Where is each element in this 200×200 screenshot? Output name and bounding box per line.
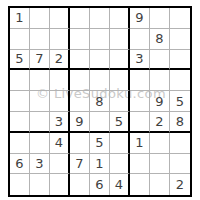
cell-r7c5[interactable]: 5: [90, 133, 110, 154]
cell-r3c2[interactable]: 7: [30, 50, 50, 71]
cell-r4c7[interactable]: [130, 70, 150, 91]
cell-r5c4[interactable]: [70, 91, 90, 112]
cell-r1c6[interactable]: [110, 8, 130, 29]
cell-r4c3[interactable]: [50, 70, 70, 91]
cell-r9c1[interactable]: [10, 174, 30, 195]
cell-r8c1[interactable]: 6: [10, 154, 30, 175]
cell-r4c5[interactable]: [90, 70, 110, 91]
cell-r4c1[interactable]: [10, 70, 30, 91]
cell-r5c8[interactable]: 9: [150, 91, 170, 112]
cell-r2c8[interactable]: 8: [150, 29, 170, 50]
cell-r7c6[interactable]: [110, 133, 130, 154]
cell-r4c9[interactable]: [170, 70, 190, 91]
cell-r9c4[interactable]: [70, 174, 90, 195]
sudoku-page: 1985723895395284516371642 © LiveSudoku.c…: [0, 0, 200, 200]
cell-r7c1[interactable]: [10, 133, 30, 154]
cell-r8c3[interactable]: [50, 154, 70, 175]
cell-r2c5[interactable]: [90, 29, 110, 50]
cell-r6c5[interactable]: [90, 112, 110, 133]
cell-r8c2[interactable]: 3: [30, 154, 50, 175]
cell-r1c4[interactable]: [70, 8, 90, 29]
cell-r5c2[interactable]: [30, 91, 50, 112]
cell-r5c1[interactable]: [10, 91, 30, 112]
cell-r2c7[interactable]: [130, 29, 150, 50]
cell-r5c7[interactable]: [130, 91, 150, 112]
cell-r9c7[interactable]: [130, 174, 150, 195]
cell-r6c9[interactable]: 8: [170, 112, 190, 133]
cell-r8c4[interactable]: 7: [70, 154, 90, 175]
cell-r8c9[interactable]: [170, 154, 190, 175]
cell-r2c4[interactable]: [70, 29, 90, 50]
cell-r6c3[interactable]: 3: [50, 112, 70, 133]
cell-r9c6[interactable]: 4: [110, 174, 130, 195]
cell-r2c3[interactable]: [50, 29, 70, 50]
cell-r8c7[interactable]: [130, 154, 150, 175]
cell-r3c6[interactable]: [110, 50, 130, 71]
cell-r3c7[interactable]: 3: [130, 50, 150, 71]
cell-r3c5[interactable]: [90, 50, 110, 71]
cell-r7c7[interactable]: 1: [130, 133, 150, 154]
sudoku-board: 1985723895395284516371642: [8, 6, 192, 197]
cell-r6c6[interactable]: 5: [110, 112, 130, 133]
cell-r6c8[interactable]: 2: [150, 112, 170, 133]
cell-r3c3[interactable]: 2: [50, 50, 70, 71]
cell-r2c2[interactable]: [30, 29, 50, 50]
cell-r1c3[interactable]: [50, 8, 70, 29]
cell-r4c8[interactable]: [150, 70, 170, 91]
cell-r8c5[interactable]: 1: [90, 154, 110, 175]
cell-r1c8[interactable]: [150, 8, 170, 29]
cell-r1c9[interactable]: [170, 8, 190, 29]
cell-r7c4[interactable]: [70, 133, 90, 154]
cell-r1c2[interactable]: [30, 8, 50, 29]
cell-r5c5[interactable]: 8: [90, 91, 110, 112]
cell-r9c2[interactable]: [30, 174, 50, 195]
cell-r1c7[interactable]: 9: [130, 8, 150, 29]
cell-r9c9[interactable]: 2: [170, 174, 190, 195]
cell-r7c3[interactable]: 4: [50, 133, 70, 154]
cell-r8c8[interactable]: [150, 154, 170, 175]
cell-r7c2[interactable]: [30, 133, 50, 154]
cell-r6c7[interactable]: [130, 112, 150, 133]
cell-r6c1[interactable]: [10, 112, 30, 133]
cell-r3c8[interactable]: [150, 50, 170, 71]
cell-r5c3[interactable]: [50, 91, 70, 112]
cell-r3c9[interactable]: [170, 50, 190, 71]
cell-r1c1[interactable]: 1: [10, 8, 30, 29]
cell-r4c6[interactable]: [110, 70, 130, 91]
cell-r7c9[interactable]: [170, 133, 190, 154]
cell-r6c2[interactable]: [30, 112, 50, 133]
cell-r2c9[interactable]: [170, 29, 190, 50]
cell-r6c4[interactable]: 9: [70, 112, 90, 133]
cell-r5c9[interactable]: 5: [170, 91, 190, 112]
cell-r9c3[interactable]: [50, 174, 70, 195]
cell-r9c5[interactable]: 6: [90, 174, 110, 195]
cell-r7c8[interactable]: [150, 133, 170, 154]
cell-r3c4[interactable]: [70, 50, 90, 71]
cell-r2c1[interactable]: [10, 29, 30, 50]
cell-r4c4[interactable]: [70, 70, 90, 91]
cell-r2c6[interactable]: [110, 29, 130, 50]
cell-r8c6[interactable]: [110, 154, 130, 175]
cell-r5c6[interactable]: [110, 91, 130, 112]
cell-r1c5[interactable]: [90, 8, 110, 29]
cell-r9c8[interactable]: [150, 174, 170, 195]
cell-r3c1[interactable]: 5: [10, 50, 30, 71]
cell-r4c2[interactable]: [30, 70, 50, 91]
